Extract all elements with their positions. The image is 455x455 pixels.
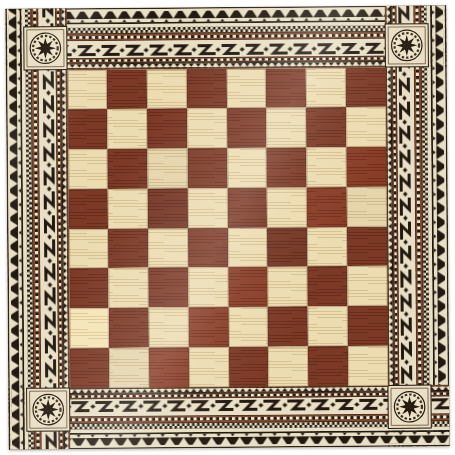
square-f7[interactable] <box>266 108 306 148</box>
square-d5[interactable] <box>187 188 227 228</box>
square-h7[interactable] <box>346 107 386 147</box>
square-g8[interactable] <box>306 68 346 108</box>
square-c1[interactable] <box>149 347 189 387</box>
square-g7[interactable] <box>306 107 346 147</box>
square-b1[interactable] <box>109 347 149 387</box>
square-a4[interactable] <box>69 228 109 268</box>
square-f8[interactable] <box>266 68 306 108</box>
square-d3[interactable] <box>188 267 228 307</box>
square-d7[interactable] <box>187 108 227 148</box>
square-f5[interactable] <box>267 187 307 227</box>
square-d8[interactable] <box>187 69 227 109</box>
square-e8[interactable] <box>226 68 266 108</box>
square-h8[interactable] <box>345 67 385 107</box>
square-c6[interactable] <box>147 148 187 188</box>
square-g3[interactable] <box>307 266 347 306</box>
square-a7[interactable] <box>68 109 108 149</box>
square-c4[interactable] <box>148 228 188 268</box>
board-photo <box>0 0 455 455</box>
square-b2[interactable] <box>109 308 149 348</box>
square-b6[interactable] <box>108 149 148 189</box>
chess-board <box>5 5 449 449</box>
square-h5[interactable] <box>346 187 386 227</box>
square-a2[interactable] <box>69 308 109 348</box>
square-c8[interactable] <box>147 69 187 109</box>
square-h6[interactable] <box>346 147 386 187</box>
square-c5[interactable] <box>148 188 188 228</box>
square-e3[interactable] <box>228 267 268 307</box>
square-g1[interactable] <box>308 346 348 386</box>
square-b3[interactable] <box>109 268 149 308</box>
square-e4[interactable] <box>228 227 268 267</box>
square-d4[interactable] <box>188 228 228 268</box>
square-f1[interactable] <box>268 346 308 386</box>
square-d6[interactable] <box>187 148 227 188</box>
square-d1[interactable] <box>189 347 229 387</box>
square-a5[interactable] <box>68 189 108 229</box>
square-b4[interactable] <box>108 228 148 268</box>
square-a8[interactable] <box>67 69 107 109</box>
square-b7[interactable] <box>107 109 147 149</box>
square-g6[interactable] <box>306 147 346 187</box>
square-f4[interactable] <box>267 227 307 267</box>
square-a6[interactable] <box>68 149 108 189</box>
square-f3[interactable] <box>268 267 308 307</box>
square-g2[interactable] <box>308 306 348 346</box>
square-h4[interactable] <box>347 226 387 266</box>
square-f2[interactable] <box>268 306 308 346</box>
square-e5[interactable] <box>227 187 267 227</box>
square-a1[interactable] <box>69 348 109 388</box>
square-c3[interactable] <box>148 268 188 308</box>
square-e7[interactable] <box>227 108 267 148</box>
square-d2[interactable] <box>188 307 228 347</box>
square-g4[interactable] <box>307 227 347 267</box>
square-e6[interactable] <box>227 148 267 188</box>
square-g5[interactable] <box>307 187 347 227</box>
square-e1[interactable] <box>228 346 268 386</box>
square-h3[interactable] <box>347 266 387 306</box>
square-f6[interactable] <box>267 147 307 187</box>
square-e2[interactable] <box>228 307 268 347</box>
square-b8[interactable] <box>107 69 147 109</box>
square-c7[interactable] <box>147 109 187 149</box>
square-b5[interactable] <box>108 188 148 228</box>
square-a3[interactable] <box>69 268 109 308</box>
square-h1[interactable] <box>348 345 388 385</box>
square-h2[interactable] <box>347 306 387 346</box>
board-squares <box>67 67 387 387</box>
square-c2[interactable] <box>149 307 189 347</box>
